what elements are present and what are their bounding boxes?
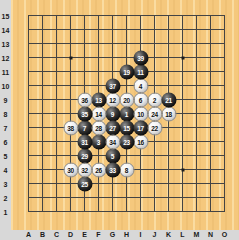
row-label-2: 2: [0, 194, 11, 201]
row-label-7: 7: [0, 124, 11, 131]
col-label-O: O: [222, 231, 227, 239]
stone-white-24: 24: [147, 106, 162, 121]
stone-white-34: 34: [105, 134, 120, 149]
col-label-B: B: [40, 231, 45, 239]
star-point-D12: [69, 56, 72, 59]
row-label-11: 11: [0, 68, 11, 75]
row-label-10: 10: [0, 82, 11, 89]
stone-move-number: 13: [95, 96, 102, 103]
stone-move-number: 14: [95, 110, 102, 117]
star-point-L4: [181, 168, 184, 171]
stone-move-number: 23: [123, 138, 130, 145]
stone-white-18: 18: [161, 106, 176, 121]
stone-black-19: 19: [119, 64, 134, 79]
stone-move-number: 6: [139, 96, 142, 103]
stone-move-number: 27: [109, 124, 116, 131]
col-label-A: A: [26, 231, 31, 239]
stone-black-29: 29: [77, 148, 92, 163]
row-coordinate-strip: [0, 0, 11, 240]
stone-move-number: 5: [111, 152, 114, 159]
stone-move-number: 39: [137, 54, 144, 61]
stone-move-number: 21: [165, 96, 172, 103]
stone-black-9: 9: [105, 106, 120, 121]
stone-move-number: 32: [81, 166, 88, 173]
stone-move-number: 18: [165, 110, 172, 117]
stone-move-number: 28: [95, 124, 102, 131]
stone-move-number: 34: [109, 138, 116, 145]
stone-black-31: 31: [77, 134, 92, 149]
stone-white-38: 38: [63, 120, 78, 135]
stone-move-number: 38: [67, 124, 74, 131]
stone-move-number: 10: [137, 110, 144, 117]
col-label-J: J: [153, 231, 157, 239]
stone-move-number: 16: [137, 138, 144, 145]
stone-move-number: 33: [109, 166, 116, 173]
stone-move-number: 7: [83, 124, 86, 131]
star-point-L12: [181, 56, 184, 59]
stone-black-27: 27: [105, 120, 120, 135]
row-label-9: 9: [0, 96, 11, 103]
row-label-6: 6: [0, 138, 11, 145]
stone-move-number: 8: [125, 166, 128, 173]
stone-move-number: 12: [109, 96, 116, 103]
grid-lines: 1234567891011121314151617181920212223242…: [28, 15, 225, 212]
stone-white-14: 14: [91, 106, 106, 121]
stone-move-number: 26: [95, 166, 102, 173]
stone-move-number: 29: [81, 152, 88, 159]
stone-move-number: 3: [97, 138, 100, 145]
stone-white-16: 16: [133, 134, 148, 149]
gomoku-game-view: 1234567891011121314151617181920212223242…: [0, 0, 239, 240]
col-label-L: L: [180, 231, 184, 239]
col-label-F: F: [96, 231, 100, 239]
row-label-15: 15: [0, 12, 11, 19]
stone-move-number: 1: [125, 110, 128, 117]
stone-move-number: 17: [137, 124, 144, 131]
col-label-G: G: [110, 231, 115, 239]
stone-black-37: 37: [105, 78, 120, 93]
stone-black-33: 33: [105, 162, 120, 177]
stone-black-17: 17: [133, 120, 148, 135]
stone-move-number: 2: [153, 96, 156, 103]
stone-black-35: 35: [77, 106, 92, 121]
stone-white-10: 10: [133, 106, 148, 121]
stone-move-number: 35: [81, 110, 88, 117]
stone-move-number: 25: [81, 180, 88, 187]
stone-black-25: 25: [77, 176, 92, 191]
stone-move-number: 19: [123, 68, 130, 75]
col-label-E: E: [82, 231, 87, 239]
stone-black-3: 3: [91, 134, 106, 149]
stone-white-30: 30: [63, 162, 78, 177]
col-label-I: I: [140, 231, 142, 239]
col-label-D: D: [68, 231, 73, 239]
row-label-13: 13: [0, 40, 11, 47]
stone-black-5: 5: [105, 148, 120, 163]
stone-move-number: 30: [67, 166, 74, 173]
col-label-C: C: [54, 231, 59, 239]
row-label-14: 14: [0, 26, 11, 33]
row-label-4: 4: [0, 166, 11, 173]
stone-black-39: 39: [133, 50, 148, 65]
stone-black-21: 21: [161, 92, 176, 107]
stone-white-20: 20: [119, 92, 134, 107]
stone-white-22: 22: [147, 120, 162, 135]
stone-black-15: 15: [119, 120, 134, 135]
stone-white-8: 8: [119, 162, 134, 177]
stone-white-36: 36: [77, 92, 92, 107]
stone-white-12: 12: [105, 92, 120, 107]
stone-move-number: 36: [81, 96, 88, 103]
stone-move-number: 4: [139, 82, 142, 89]
row-label-12: 12: [0, 54, 11, 61]
stone-white-2: 2: [147, 92, 162, 107]
stone-move-number: 24: [151, 110, 158, 117]
stone-move-number: 11: [137, 68, 143, 75]
stone-move-number: 37: [109, 82, 116, 89]
stone-white-26: 26: [91, 162, 106, 177]
stone-move-number: 31: [81, 138, 88, 145]
stone-black-13: 13: [91, 92, 106, 107]
stone-white-32: 32: [77, 162, 92, 177]
stone-black-7: 7: [77, 120, 92, 135]
stone-white-28: 28: [91, 120, 106, 135]
stone-white-4: 4: [133, 78, 148, 93]
col-label-N: N: [208, 231, 213, 239]
column-coordinate-strip: ABCDEFGHIJKLMNO: [0, 230, 239, 240]
row-label-8: 8: [0, 110, 11, 117]
col-label-H: H: [124, 231, 129, 239]
row-label-3: 3: [0, 180, 11, 187]
board[interactable]: 1234567891011121314151617181920212223242…: [11, 0, 239, 230]
stone-move-number: 20: [123, 96, 130, 103]
col-label-M: M: [194, 231, 200, 239]
stone-white-6: 6: [133, 92, 148, 107]
stone-black-11: 11: [133, 64, 148, 79]
stone-black-1: 1: [119, 106, 134, 121]
stone-black-23: 23: [119, 134, 134, 149]
stone-move-number: 15: [123, 124, 130, 131]
stone-move-number: 22: [151, 124, 158, 131]
col-label-K: K: [166, 231, 171, 239]
stone-move-number: 9: [111, 110, 114, 117]
row-label-5: 5: [0, 152, 11, 159]
row-label-1: 1: [0, 208, 11, 215]
